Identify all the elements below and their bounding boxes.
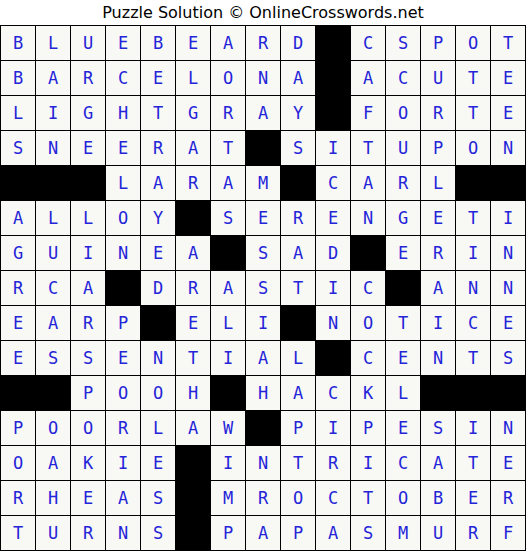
grid-cell: A	[316, 516, 350, 550]
grid-cell: A	[211, 166, 245, 200]
grid-cell: F	[491, 516, 525, 550]
grid-cell: R	[141, 131, 175, 165]
grid-cell: H	[106, 96, 140, 130]
grid-cell: O	[386, 481, 420, 515]
grid-cell: E	[1, 306, 35, 340]
grid-cell: T	[1, 516, 35, 550]
grid-cell: U	[71, 26, 105, 60]
grid-cell: I	[456, 411, 490, 445]
grid-cell: P	[351, 411, 385, 445]
grid-cell: I	[246, 306, 280, 340]
grid-cell: R	[106, 411, 140, 445]
grid-cell: A	[36, 446, 70, 480]
grid-cell: P	[71, 376, 105, 410]
grid-cell: H	[36, 481, 70, 515]
grid-cell: L	[281, 341, 315, 375]
black-cell	[491, 166, 525, 200]
grid-cell: L	[176, 61, 210, 95]
black-cell	[281, 166, 315, 200]
grid-cell: H	[246, 376, 280, 410]
grid-cell: C	[316, 481, 350, 515]
grid-cell: S	[71, 341, 105, 375]
grid-cell: U	[36, 516, 70, 550]
black-cell	[316, 26, 350, 60]
black-cell	[36, 166, 70, 200]
grid-cell: A	[211, 26, 245, 60]
grid-cell: N	[491, 411, 525, 445]
grid-cell: O	[36, 411, 70, 445]
grid-cell: E	[246, 201, 280, 235]
grid-cell: L	[421, 166, 455, 200]
grid-cell: C	[456, 306, 490, 340]
grid-cell: E	[1, 341, 35, 375]
grid-cell: T	[281, 271, 315, 305]
black-cell	[456, 376, 490, 410]
grid-cell: C	[386, 446, 420, 480]
grid-cell: H	[176, 376, 210, 410]
grid-cell: A	[36, 61, 70, 95]
grid-cell: R	[281, 201, 315, 235]
grid-cell: R	[71, 306, 105, 340]
grid-cell: C	[351, 271, 385, 305]
grid-cell: O	[106, 376, 140, 410]
grid-cell: T	[351, 131, 385, 165]
grid-cell: S	[386, 26, 420, 60]
grid-cell: E	[106, 341, 140, 375]
black-cell	[141, 306, 175, 340]
grid-cell: N	[316, 306, 350, 340]
grid-cell: I	[351, 446, 385, 480]
grid-cell: N	[351, 201, 385, 235]
grid-cell: P	[211, 516, 245, 550]
grid-cell: I	[36, 96, 70, 130]
grid-cell: S	[1, 131, 35, 165]
grid-cell: L	[71, 201, 105, 235]
grid-cell: Y	[281, 96, 315, 130]
grid-cell: E	[176, 306, 210, 340]
black-cell	[316, 341, 350, 375]
grid-cell: A	[1, 201, 35, 235]
grid-cell: A	[211, 271, 245, 305]
grid-cell: B	[141, 26, 175, 60]
black-cell	[316, 96, 350, 130]
grid-cell: O	[106, 201, 140, 235]
grid-cell: S	[421, 411, 455, 445]
grid-cell: A	[71, 271, 105, 305]
grid-cell: T	[211, 131, 245, 165]
grid-cell: L	[106, 166, 140, 200]
grid-cell: O	[71, 411, 105, 445]
grid-cell: D	[141, 271, 175, 305]
grid-cell: F	[351, 96, 385, 130]
grid-cell: D	[316, 236, 350, 270]
grid-cell: N	[246, 446, 280, 480]
grid-cell: C	[106, 61, 140, 95]
black-cell	[246, 411, 280, 445]
grid-cell: P	[281, 411, 315, 445]
grid-cell: R	[71, 516, 105, 550]
grid-cell: T	[456, 96, 490, 130]
grid-cell: R	[421, 96, 455, 130]
grid-cell: R	[316, 446, 350, 480]
grid-cell: T	[456, 446, 490, 480]
grid-cell: K	[71, 446, 105, 480]
grid-cell: N	[36, 131, 70, 165]
grid-cell: N	[491, 271, 525, 305]
grid-cell: A	[106, 481, 140, 515]
grid-cell: R	[421, 236, 455, 270]
grid-cell: E	[71, 131, 105, 165]
grid-cell: S	[351, 516, 385, 550]
grid-cell: E	[141, 236, 175, 270]
grid-cell: S	[246, 271, 280, 305]
grid-cell: G	[176, 96, 210, 130]
grid-cell: E	[141, 446, 175, 480]
black-cell	[421, 376, 455, 410]
grid-cell: I	[106, 446, 140, 480]
grid-cell: E	[421, 201, 455, 235]
grid-cell: R	[246, 26, 280, 60]
black-cell	[71, 166, 105, 200]
grid-cell: C	[316, 166, 350, 200]
grid-cell: N	[106, 236, 140, 270]
grid-cell: T	[351, 481, 385, 515]
grid-cell: E	[176, 26, 210, 60]
page-title: Puzzle Solution © OnlineCrosswords.net	[0, 0, 526, 25]
black-cell	[456, 166, 490, 200]
black-cell	[386, 271, 420, 305]
grid-cell: S	[246, 236, 280, 270]
black-cell	[211, 236, 245, 270]
black-cell	[246, 131, 280, 165]
black-cell	[281, 306, 315, 340]
grid-cell: R	[246, 481, 280, 515]
grid-cell: E	[71, 481, 105, 515]
grid-cell: B	[1, 26, 35, 60]
grid-cell: A	[246, 96, 280, 130]
grid-cell: A	[176, 236, 210, 270]
grid-cell: K	[351, 376, 385, 410]
crossword-grid: BLUEBEARDCSPOTBARCELONAACUTELIGHTGRAYFOR…	[0, 25, 526, 551]
grid-cell: L	[141, 411, 175, 445]
grid-cell: P	[1, 411, 35, 445]
grid-cell: I	[491, 201, 525, 235]
grid-cell: L	[36, 201, 70, 235]
grid-cell: M	[386, 516, 420, 550]
grid-cell: E	[386, 236, 420, 270]
crossword-solution-page: Puzzle Solution © OnlineCrosswords.net B…	[0, 0, 526, 551]
black-cell	[106, 271, 140, 305]
black-cell	[1, 376, 35, 410]
grid-cell: E	[106, 26, 140, 60]
grid-cell: A	[246, 516, 280, 550]
grid-cell: I	[316, 411, 350, 445]
grid-cell: P	[421, 26, 455, 60]
grid-cell: O	[456, 131, 490, 165]
grid-cell: A	[176, 411, 210, 445]
grid-cell: L	[211, 306, 245, 340]
grid-cell: G	[386, 201, 420, 235]
grid-cell: L	[1, 96, 35, 130]
grid-cell: I	[421, 306, 455, 340]
grid-cell: T	[456, 341, 490, 375]
black-cell	[36, 376, 70, 410]
grid-cell: M	[246, 166, 280, 200]
grid-cell: N	[491, 131, 525, 165]
grid-cell: P	[106, 306, 140, 340]
grid-cell: E	[141, 61, 175, 95]
grid-cell: S	[141, 516, 175, 550]
grid-cell: Y	[141, 201, 175, 235]
grid-cell: S	[491, 341, 525, 375]
grid-cell: I	[316, 131, 350, 165]
grid-cell: E	[491, 96, 525, 130]
grid-cell: M	[211, 481, 245, 515]
grid-cell: E	[386, 411, 420, 445]
grid-cell: I	[211, 446, 245, 480]
grid-cell: P	[281, 516, 315, 550]
grid-cell: R	[1, 271, 35, 305]
grid-cell: T	[141, 96, 175, 130]
grid-cell: N	[106, 516, 140, 550]
grid-cell: A	[246, 341, 280, 375]
grid-cell: O	[141, 376, 175, 410]
grid-cell: S	[211, 201, 245, 235]
grid-cell: L	[36, 26, 70, 60]
grid-cell: G	[71, 96, 105, 130]
grid-cell: S	[141, 481, 175, 515]
grid-cell: L	[386, 376, 420, 410]
black-cell	[176, 201, 210, 235]
grid-cell: O	[281, 481, 315, 515]
grid-cell: B	[421, 481, 455, 515]
grid-cell: I	[71, 236, 105, 270]
grid-cell: R	[386, 166, 420, 200]
black-cell	[351, 236, 385, 270]
grid-cell: O	[386, 96, 420, 130]
grid-cell: A	[421, 271, 455, 305]
grid-cell: U	[386, 131, 420, 165]
grid-cell: D	[281, 26, 315, 60]
grid-cell: T	[491, 26, 525, 60]
grid-cell: G	[1, 236, 35, 270]
grid-cell: R	[491, 481, 525, 515]
grid-cell: R	[176, 166, 210, 200]
grid-cell: C	[351, 341, 385, 375]
grid-cell: R	[176, 271, 210, 305]
grid-cell: S	[36, 341, 70, 375]
grid-cell: W	[211, 411, 245, 445]
grid-cell: A	[36, 306, 70, 340]
grid-cell: R	[456, 516, 490, 550]
grid-cell: S	[281, 131, 315, 165]
black-cell	[1, 166, 35, 200]
grid-cell: I	[316, 271, 350, 305]
grid-cell: R	[71, 61, 105, 95]
black-cell	[211, 376, 245, 410]
grid-cell: E	[456, 481, 490, 515]
grid-cell: O	[351, 306, 385, 340]
black-cell	[176, 516, 210, 550]
grid-cell: U	[36, 236, 70, 270]
grid-cell: T	[176, 341, 210, 375]
grid-cell: O	[1, 446, 35, 480]
grid-cell: N	[421, 341, 455, 375]
grid-cell: U	[421, 61, 455, 95]
grid-cell: A	[351, 61, 385, 95]
grid-cell: O	[456, 26, 490, 60]
grid-cell: E	[491, 306, 525, 340]
grid-cell: O	[211, 61, 245, 95]
grid-cell: I	[456, 236, 490, 270]
grid-cell: A	[281, 376, 315, 410]
grid-cell: R	[211, 96, 245, 130]
grid-cell: R	[1, 481, 35, 515]
grid-cell: A	[281, 61, 315, 95]
grid-cell: T	[281, 446, 315, 480]
grid-cell: C	[36, 271, 70, 305]
grid-cell: E	[386, 341, 420, 375]
grid-cell: U	[421, 516, 455, 550]
grid-cell: C	[351, 26, 385, 60]
black-cell	[176, 446, 210, 480]
grid-cell: A	[351, 166, 385, 200]
grid-cell: E	[491, 446, 525, 480]
grid-cell: I	[211, 341, 245, 375]
grid-cell: A	[281, 236, 315, 270]
grid-cell: N	[491, 236, 525, 270]
grid-cell: T	[386, 306, 420, 340]
grid-cell: E	[491, 61, 525, 95]
grid-cell: C	[316, 376, 350, 410]
grid-cell: P	[421, 131, 455, 165]
grid-cell: A	[141, 166, 175, 200]
black-cell	[176, 481, 210, 515]
grid-cell: N	[456, 271, 490, 305]
grid-cell: E	[106, 131, 140, 165]
grid-cell: N	[246, 61, 280, 95]
grid-cell: B	[1, 61, 35, 95]
grid-cell: T	[456, 61, 490, 95]
grid-cell: C	[386, 61, 420, 95]
black-cell	[491, 376, 525, 410]
black-cell	[316, 61, 350, 95]
grid-cell: E	[316, 201, 350, 235]
grid-cell: N	[141, 341, 175, 375]
grid-cell: A	[176, 131, 210, 165]
grid-cell: A	[421, 446, 455, 480]
grid-cell: T	[456, 201, 490, 235]
